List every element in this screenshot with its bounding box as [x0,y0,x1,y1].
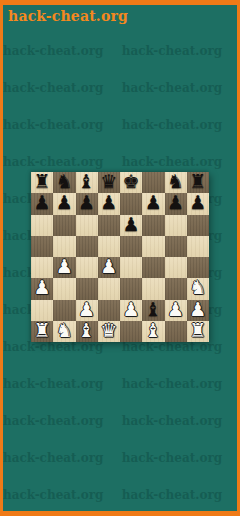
square-f3[interactable] [142,278,164,299]
black-queen: ♛ [100,172,117,191]
white-pawn: ♟ [189,300,206,319]
black-king: ♚ [123,172,140,191]
square-c2[interactable]: ♟ [76,300,98,321]
square-g7[interactable]: ♟ [165,193,187,214]
square-a7[interactable]: ♟ [31,193,53,214]
square-g2[interactable]: ♟ [165,300,187,321]
square-g1[interactable] [165,321,187,342]
white-knight: ♞ [56,321,73,340]
square-d6[interactable] [98,215,120,236]
black-pawn: ♟ [189,193,206,212]
square-e7[interactable] [120,193,142,214]
square-a6[interactable] [31,215,53,236]
square-b4[interactable]: ♟ [53,257,75,278]
square-b2[interactable] [53,300,75,321]
square-g3[interactable] [165,278,187,299]
square-d2[interactable] [98,300,120,321]
black-bishop: ♝ [78,172,95,191]
black-pawn: ♟ [78,193,95,212]
square-e1[interactable] [120,321,142,342]
white-rook: ♜ [34,321,51,340]
square-b1[interactable]: ♞ [53,321,75,342]
black-pawn: ♟ [100,193,117,212]
square-h8[interactable]: ♜ [187,172,209,193]
square-c6[interactable] [76,215,98,236]
square-f6[interactable] [142,215,164,236]
square-g5[interactable] [165,236,187,257]
square-b7[interactable]: ♟ [53,193,75,214]
white-pawn: ♟ [123,300,140,319]
square-a4[interactable] [31,257,53,278]
white-bishop: ♝ [145,321,162,340]
black-pawn: ♟ [167,193,184,212]
square-d1[interactable]: ♛ [98,321,120,342]
black-rook: ♜ [34,172,51,191]
square-b3[interactable] [53,278,75,299]
white-rook: ♜ [189,321,206,340]
square-h7[interactable]: ♟ [187,193,209,214]
square-h3[interactable]: ♞ [187,278,209,299]
square-e8[interactable]: ♚ [120,172,142,193]
black-pawn: ♟ [56,193,73,212]
square-d4[interactable]: ♟ [98,257,120,278]
white-pawn: ♟ [100,257,117,276]
black-bishop: ♝ [145,300,162,319]
square-a8[interactable]: ♜ [31,172,53,193]
black-knight: ♞ [167,172,184,191]
black-pawn: ♟ [123,215,140,234]
square-a2[interactable] [31,300,53,321]
white-knight: ♞ [189,278,206,297]
square-f1[interactable]: ♝ [142,321,164,342]
square-f2[interactable]: ♝ [142,300,164,321]
square-f4[interactable] [142,257,164,278]
square-h1[interactable]: ♜ [187,321,209,342]
square-c5[interactable] [76,236,98,257]
square-b6[interactable] [53,215,75,236]
square-f8[interactable] [142,172,164,193]
square-h6[interactable] [187,215,209,236]
square-f7[interactable]: ♟ [142,193,164,214]
square-f5[interactable] [142,236,164,257]
square-c8[interactable]: ♝ [76,172,98,193]
white-pawn: ♟ [56,257,73,276]
white-bishop: ♝ [78,321,95,340]
square-e5[interactable] [120,236,142,257]
square-e3[interactable] [120,278,142,299]
square-h5[interactable] [187,236,209,257]
black-knight: ♞ [56,172,73,191]
square-e4[interactable] [120,257,142,278]
site-watermark-label: hack-cheat.org [8,8,128,24]
square-g6[interactable] [165,215,187,236]
square-b8[interactable]: ♞ [53,172,75,193]
white-queen: ♛ [100,321,117,340]
square-h4[interactable] [187,257,209,278]
square-d3[interactable] [98,278,120,299]
square-c1[interactable]: ♝ [76,321,98,342]
square-d7[interactable]: ♟ [98,193,120,214]
square-a5[interactable] [31,236,53,257]
chess-board: ♜♞♝♛♚♞♜♟♟♟♟♟♟♟♟♟♟♟♞♟♟♝♟♟♜♞♝♛♝♜ [31,172,209,342]
app-screen: hack-cheat.org hack-cheat.org hack-cheat… [0,0,240,516]
square-e2[interactable]: ♟ [120,300,142,321]
square-g4[interactable] [165,257,187,278]
square-d5[interactable] [98,236,120,257]
black-pawn: ♟ [34,193,51,212]
white-pawn: ♟ [167,300,184,319]
black-pawn: ♟ [145,193,162,212]
square-c7[interactable]: ♟ [76,193,98,214]
square-g8[interactable]: ♞ [165,172,187,193]
square-c4[interactable] [76,257,98,278]
square-a3[interactable]: ♟ [31,278,53,299]
white-pawn: ♟ [78,300,95,319]
square-b5[interactable] [53,236,75,257]
square-c3[interactable] [76,278,98,299]
white-pawn: ♟ [34,278,51,297]
square-d8[interactable]: ♛ [98,172,120,193]
black-rook: ♜ [189,172,206,191]
square-h2[interactable]: ♟ [187,300,209,321]
square-e6[interactable]: ♟ [120,215,142,236]
square-a1[interactable]: ♜ [31,321,53,342]
